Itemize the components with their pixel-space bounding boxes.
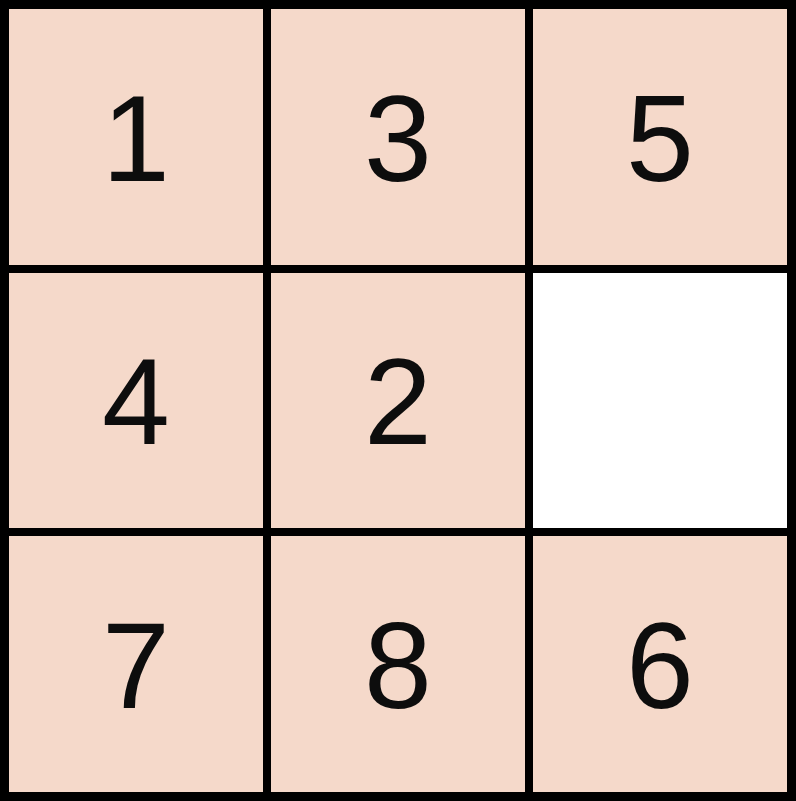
tile-number: 1 bbox=[102, 78, 170, 200]
tile-2[interactable]: 2 bbox=[271, 273, 525, 529]
tile-4[interactable]: 4 bbox=[9, 273, 263, 529]
sliding-puzzle-board: 1 3 5 4 2 7 8 6 bbox=[0, 0, 796, 801]
tile-7[interactable]: 7 bbox=[9, 536, 263, 792]
tile-6[interactable]: 6 bbox=[533, 536, 787, 792]
tile-1[interactable]: 1 bbox=[9, 9, 263, 265]
tile-number: 6 bbox=[626, 605, 694, 727]
tile-number: 2 bbox=[364, 341, 432, 463]
tile-8[interactable]: 8 bbox=[271, 536, 525, 792]
tile-number: 5 bbox=[626, 78, 694, 200]
tile-number: 8 bbox=[364, 605, 432, 727]
tile-number: 4 bbox=[102, 341, 170, 463]
empty-cell-r1c2 bbox=[533, 273, 787, 529]
tile-number: 3 bbox=[364, 78, 432, 200]
tile-3[interactable]: 3 bbox=[271, 9, 525, 265]
tile-number: 7 bbox=[102, 605, 170, 727]
tile-5[interactable]: 5 bbox=[533, 9, 787, 265]
